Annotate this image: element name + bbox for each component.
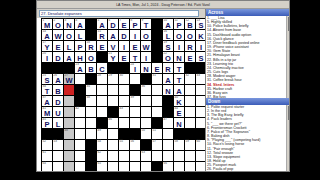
grid-cell[interactable] xyxy=(141,96,152,107)
grid-cell[interactable]: D xyxy=(53,96,64,107)
grid-cell[interactable] xyxy=(64,96,75,107)
cell-letter: A xyxy=(53,76,63,85)
cell-letter: E xyxy=(130,43,140,52)
grid-cell[interactable]: I xyxy=(141,52,152,63)
cell-number: 38 xyxy=(87,96,90,100)
grid-cell[interactable] xyxy=(86,118,97,129)
cell-number: 46 xyxy=(109,118,112,122)
grid-cell[interactable]: I xyxy=(130,30,141,41)
cell-letter: L xyxy=(53,120,63,129)
grid-cell xyxy=(152,19,163,30)
grid-cell[interactable] xyxy=(97,85,108,96)
cell-number: 48 xyxy=(65,129,68,133)
cell-number: 31 xyxy=(153,74,156,78)
grid-cell[interactable] xyxy=(130,118,141,129)
cell-number: 35 xyxy=(87,85,90,89)
cell-letter: N xyxy=(174,54,184,63)
grid-cell[interactable]: 12B xyxy=(185,19,196,30)
grid-cell[interactable] xyxy=(130,162,141,172)
cell-letter: E xyxy=(97,43,107,52)
cell-number: 39 xyxy=(131,96,134,100)
grid-cell xyxy=(152,52,163,63)
grid-cell[interactable]: 18R xyxy=(86,41,97,52)
grid-cell[interactable] xyxy=(185,162,196,172)
cell-letter: O xyxy=(86,54,96,63)
grid-cell[interactable]: O xyxy=(64,30,75,41)
cell-letter: I xyxy=(130,32,140,41)
cell-letter: N xyxy=(174,120,184,129)
grid-cell[interactable]: B xyxy=(53,85,64,96)
grid-cell[interactable] xyxy=(97,107,108,118)
grid-cell[interactable]: E xyxy=(185,52,196,63)
cell-letter: N xyxy=(141,65,151,74)
grid-cell[interactable]: 63 xyxy=(141,151,152,162)
cell-letter: A xyxy=(64,54,74,63)
cell-letter: O xyxy=(64,32,74,41)
grid-cell[interactable]: L xyxy=(64,41,75,52)
current-clue-text: 27. Desolate expanses xyxy=(39,10,199,17)
cell-number: 33 xyxy=(197,74,200,78)
grid-cell[interactable]: W xyxy=(53,30,64,41)
grid-cell[interactable]: R xyxy=(185,41,196,52)
grid-cell[interactable] xyxy=(185,96,196,107)
clue-item[interactable]: 27. Desolate expanses xyxy=(206,172,287,173)
cell-number: 43 xyxy=(120,107,123,111)
grid-cell[interactable]: 27W xyxy=(64,74,75,85)
grid-cell[interactable]: 22O xyxy=(163,52,174,63)
cell-number: 57 xyxy=(153,140,156,144)
grid-cell[interactable]: 38 xyxy=(86,96,97,107)
cell-letter: A xyxy=(75,21,85,30)
grid-cell[interactable]: O xyxy=(174,30,185,41)
grid-cell[interactable]: 48 xyxy=(64,129,75,140)
cell-number: 63 xyxy=(142,151,145,155)
grid-cell[interactable] xyxy=(108,85,119,96)
cell-number: 61 xyxy=(43,151,46,155)
grid-cell[interactable] xyxy=(108,151,119,162)
grid-cell[interactable] xyxy=(152,151,163,162)
cell-number: 53 xyxy=(54,140,57,144)
grid-cell xyxy=(163,96,174,107)
grid-cell[interactable]: 31 xyxy=(152,74,163,85)
cell-number: 28 xyxy=(98,74,101,78)
down-scroll-thumb[interactable] xyxy=(288,106,291,120)
grid-cell[interactable] xyxy=(75,74,86,85)
grid-cell[interactable]: 21Y xyxy=(108,52,119,63)
grid-cell xyxy=(152,41,163,52)
cell-letter: I xyxy=(119,43,129,52)
grid-cell[interactable]: O xyxy=(141,30,152,41)
grid-cell[interactable]: 3N xyxy=(64,19,75,30)
grid-cell[interactable]: 43 xyxy=(119,107,130,118)
across-header: Across xyxy=(206,9,290,16)
grid-cell[interactable] xyxy=(75,129,86,140)
clue-panel: Across 1. ___ Lisa5. Highly skilled10. P… xyxy=(205,9,290,172)
grid-cell[interactable]: N xyxy=(141,63,152,74)
current-clue-bar: 27. Desolate expanses xyxy=(37,9,205,18)
cell-letter: Y xyxy=(108,54,118,63)
grid-cell[interactable] xyxy=(86,129,97,140)
cell-letter: D xyxy=(108,21,118,30)
grid-cell[interactable] xyxy=(185,107,196,118)
grid-cell[interactable]: 47 xyxy=(163,118,174,129)
grid-cell[interactable]: U xyxy=(53,107,64,118)
grid-cell[interactable]: R xyxy=(163,63,174,74)
grid-cell[interactable] xyxy=(185,85,196,96)
grid-cell[interactable]: 23A xyxy=(75,63,86,74)
grid-cell xyxy=(75,85,86,96)
cell-number: 59 xyxy=(186,140,189,144)
grid-cell[interactable] xyxy=(152,96,163,107)
grid-cell[interactable] xyxy=(97,96,108,107)
grid-cell[interactable] xyxy=(185,151,196,162)
grid-cell[interactable] xyxy=(130,74,141,85)
grid-cell[interactable]: 28 xyxy=(97,74,108,85)
grid-cell xyxy=(86,19,97,30)
grid-cell[interactable] xyxy=(119,151,130,162)
cell-number: 64 xyxy=(43,162,46,166)
cell-number: 50 xyxy=(142,129,145,133)
grid-cell[interactable]: 32 xyxy=(185,74,196,85)
grid-cell[interactable]: A xyxy=(163,74,174,85)
cell-letter: I xyxy=(42,54,52,63)
grid-cell[interactable] xyxy=(64,107,75,118)
grid-cell[interactable]: 44E xyxy=(174,107,185,118)
grid-cell[interactable]: 39 xyxy=(130,96,141,107)
grid-cell[interactable] xyxy=(152,107,163,118)
grid-cell[interactable] xyxy=(119,118,130,129)
grid-cell[interactable] xyxy=(64,162,75,172)
grid-cell[interactable]: E xyxy=(119,52,130,63)
grid-cell[interactable] xyxy=(141,162,152,172)
grid-cell[interactable]: 15R xyxy=(97,30,108,41)
cell-number: 52 xyxy=(43,140,46,144)
grid-cell[interactable] xyxy=(108,162,119,172)
cell-number: 66 xyxy=(164,162,167,166)
grid-cell[interactable] xyxy=(119,162,130,172)
grid-cell[interactable]: B xyxy=(86,63,97,74)
cell-letter: B xyxy=(185,21,195,30)
grid-cell[interactable]: 58 xyxy=(174,140,185,151)
cell-number: 29 xyxy=(109,74,112,78)
cell-number: 60 xyxy=(197,140,200,144)
across-clue-list[interactable]: 1. ___ Lisa5. Highly skilled10. Police b… xyxy=(206,16,287,98)
cell-letter: A xyxy=(75,65,85,74)
grid-cell[interactable]: N xyxy=(174,52,185,63)
cell-letter: L xyxy=(75,32,85,41)
grid-cell[interactable]: 4A xyxy=(75,19,86,30)
cell-letter: E xyxy=(53,43,63,52)
down-header: Down xyxy=(206,98,290,105)
grid-cell[interactable]: T xyxy=(174,74,185,85)
grid-cell[interactable]: 50 xyxy=(141,129,152,140)
grid-cell[interactable]: 56 xyxy=(130,140,141,151)
grid-cell[interactable] xyxy=(174,151,185,162)
down-scrollbar[interactable] xyxy=(286,105,290,172)
cell-letter: T xyxy=(141,21,151,30)
grid-cell[interactable] xyxy=(130,151,141,162)
grid-cell xyxy=(86,151,97,162)
desktop-screen: LA Times, Mon, Jul 1, 2024 - Doug Peters… xyxy=(0,0,320,180)
grid-cell[interactable] xyxy=(75,162,86,172)
grid-cell[interactable] xyxy=(185,118,196,129)
cell-letter: N xyxy=(163,87,173,96)
grid-cell[interactable]: 9T xyxy=(141,19,152,30)
grid-cell[interactable] xyxy=(108,129,119,140)
cell-letter: E xyxy=(174,109,184,118)
grid-cell[interactable] xyxy=(75,118,86,129)
grid-cell[interactable] xyxy=(64,85,75,96)
across-scrollbar[interactable] xyxy=(286,16,290,98)
cell-letter: O xyxy=(141,32,151,41)
grid-cell[interactable] xyxy=(86,107,97,118)
cell-letter: O xyxy=(163,54,173,63)
grid-cell[interactable]: D xyxy=(119,30,130,41)
cell-number: 54 xyxy=(98,140,101,144)
grid-cell[interactable]: 30 xyxy=(119,74,130,85)
down-clue-list[interactable]: 1. Polite request starter2. In the red3.… xyxy=(206,105,287,172)
grid-cell[interactable] xyxy=(163,140,174,151)
grid-cell[interactable]: 64 xyxy=(42,162,53,172)
cell-letter: R xyxy=(97,32,107,41)
grid-cell[interactable]: 53 xyxy=(53,140,64,151)
across-scroll-thumb[interactable] xyxy=(288,17,291,31)
grid-cell[interactable]: L xyxy=(75,30,86,41)
grid-cell xyxy=(152,30,163,41)
grid-cell[interactable] xyxy=(75,140,86,151)
grid-cell[interactable]: 7E xyxy=(119,19,130,30)
cell-number: 55 xyxy=(120,140,123,144)
cell-letter: E xyxy=(185,54,195,63)
crossword-app-window: LA Times, Mon, Jul 1, 2024 - Doug Peters… xyxy=(36,0,290,172)
grid-cell[interactable]: 24I xyxy=(130,63,141,74)
cell-letter: I xyxy=(174,43,184,52)
grid-cell[interactable]: 59 xyxy=(185,140,196,151)
cell-number: 62 xyxy=(98,151,101,155)
grid-cell[interactable]: E xyxy=(130,41,141,52)
cell-letter: W xyxy=(64,76,74,85)
grid-cell[interactable]: O xyxy=(86,52,97,63)
crossword-grid[interactable]: 1M2O3N4A5A6D7E8P9T10A11P12B13S14AWOL15RA… xyxy=(41,18,207,172)
grid-cell[interactable] xyxy=(108,96,119,107)
cell-letter: P xyxy=(42,120,52,129)
cell-letter: R xyxy=(163,65,173,74)
cell-letter: W xyxy=(53,32,63,41)
grid-cell[interactable]: A xyxy=(64,52,75,63)
grid-cell[interactable]: O xyxy=(185,30,196,41)
grid-cell[interactable] xyxy=(141,107,152,118)
grid-cell[interactable]: 26A xyxy=(53,74,64,85)
grid-cell[interactable] xyxy=(130,107,141,118)
grid-cell xyxy=(86,140,97,151)
grid-cell[interactable]: 36 xyxy=(141,85,152,96)
grid-cell[interactable]: 11P xyxy=(174,19,185,30)
cell-letter: B xyxy=(86,65,96,74)
grid-cell[interactable]: I xyxy=(119,41,130,52)
grid-cell[interactable]: P xyxy=(75,41,86,52)
grid-cell[interactable]: 8P xyxy=(130,19,141,30)
cell-letter: O xyxy=(174,32,184,41)
cell-number: 42 xyxy=(76,107,79,111)
cell-letter: I xyxy=(141,54,151,63)
title-bar[interactable]: LA Times, Mon, Jul 1, 2024 - Doug Peters… xyxy=(37,1,289,9)
grid-cell[interactable]: I xyxy=(174,41,185,52)
cell-letter: W xyxy=(141,43,151,52)
grid-cell[interactable]: 6D xyxy=(108,19,119,30)
cell-letter: O xyxy=(53,21,63,30)
cell-number: 32 xyxy=(186,74,189,78)
window-title: LA Times, Mon, Jul 1, 2024 - Doug Peters… xyxy=(37,1,289,9)
cell-letter: R xyxy=(86,43,96,52)
cell-number: 65 xyxy=(98,162,101,166)
grid-cell[interactable] xyxy=(108,140,119,151)
grid-cell[interactable]: N xyxy=(174,118,185,129)
cell-letter: P xyxy=(75,43,85,52)
grid-cell[interactable] xyxy=(64,151,75,162)
grid-cell[interactable]: 20I xyxy=(42,52,53,63)
cell-number: 51 xyxy=(153,129,156,133)
grid-cell[interactable]: N xyxy=(163,85,174,96)
grid-cell xyxy=(97,52,108,63)
cell-letter: E xyxy=(119,21,129,30)
grid-cell[interactable]: T xyxy=(174,63,185,74)
grid-cell[interactable] xyxy=(64,140,75,151)
cell-letter: P xyxy=(174,21,184,30)
cell-letter: E xyxy=(119,54,129,63)
grid-cell[interactable]: D xyxy=(53,52,64,63)
grid-cell[interactable] xyxy=(163,129,174,140)
grid-cell[interactable] xyxy=(53,151,64,162)
grid-cell xyxy=(86,162,97,172)
grid-cell[interactable] xyxy=(152,85,163,96)
cell-letter: P xyxy=(130,21,140,30)
cell-letter: U xyxy=(53,109,63,118)
grid-cell xyxy=(152,162,163,172)
cell-letter: B xyxy=(53,87,63,96)
grid-cell[interactable]: 46 xyxy=(108,118,119,129)
grid-cell[interactable]: 42 xyxy=(75,107,86,118)
cell-number: 49 xyxy=(98,129,101,133)
cell-letter: I xyxy=(130,65,140,74)
grid-cell[interactable] xyxy=(75,151,86,162)
cell-letter: D xyxy=(53,98,63,107)
grid-cell[interactable]: 55 xyxy=(119,140,130,151)
grid-cell[interactable]: E xyxy=(97,41,108,52)
grid-cell[interactable] xyxy=(53,162,64,172)
cell-number: 58 xyxy=(175,140,178,144)
cell-number: 36 xyxy=(142,85,145,89)
grid-cell[interactable]: L xyxy=(53,118,64,129)
grid-cell[interactable] xyxy=(119,85,130,96)
grid-cell[interactable]: 65 xyxy=(97,162,108,172)
cell-letter: D xyxy=(119,32,129,41)
grid-cell[interactable]: E xyxy=(53,41,64,52)
grid-cell[interactable]: A xyxy=(108,30,119,41)
cell-letter: A xyxy=(163,76,173,85)
grid-cell[interactable]: W xyxy=(141,41,152,52)
cell-letter: D xyxy=(53,54,63,63)
cell-letter: T xyxy=(174,65,184,74)
grid-cell[interactable] xyxy=(174,162,185,172)
grid-cell[interactable]: 29 xyxy=(108,74,119,85)
cell-letter: O xyxy=(185,32,195,41)
cell-number: 30 xyxy=(120,74,123,78)
grid-cell[interactable]: 57 xyxy=(152,140,163,151)
cell-letter: R xyxy=(185,43,195,52)
cell-letter: T xyxy=(174,76,184,85)
cell-letter: L xyxy=(64,43,74,52)
grid-cell[interactable]: 45P xyxy=(42,118,53,129)
cell-letter: A xyxy=(108,32,118,41)
cell-number: 47 xyxy=(164,118,167,122)
cell-letter: N xyxy=(64,21,74,30)
grid-cell[interactable]: 66 xyxy=(163,162,174,172)
grid-cell[interactable]: 2O xyxy=(53,19,64,30)
cell-number: 56 xyxy=(131,140,134,144)
